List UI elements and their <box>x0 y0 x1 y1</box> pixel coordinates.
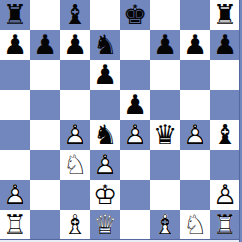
square-d6[interactable]: ♟ <box>90 60 120 90</box>
square-g4[interactable]: ♟♙ <box>180 120 210 150</box>
square-f4[interactable]: ♛ <box>150 120 180 150</box>
white-pawn-icon: ♟♙ <box>90 150 120 180</box>
square-a5[interactable] <box>0 90 30 120</box>
white-bishop-icon: ♝♗ <box>60 210 90 240</box>
square-c6[interactable] <box>60 60 90 90</box>
square-g2[interactable] <box>180 180 210 210</box>
board-right-edge-strip <box>239 0 242 242</box>
square-b3[interactable] <box>30 150 60 180</box>
square-a7[interactable]: ♟ <box>0 30 30 60</box>
black-pawn-icon: ♟ <box>30 30 60 60</box>
square-a8[interactable]: ♜ <box>0 0 30 30</box>
square-h3[interactable] <box>210 150 240 180</box>
square-f3[interactable] <box>150 150 180 180</box>
black-bishop-icon: ♝ <box>60 0 90 30</box>
square-e8[interactable]: ♚ <box>120 0 150 30</box>
square-e2[interactable] <box>120 180 150 210</box>
square-h7[interactable]: ♟ <box>210 30 240 60</box>
square-h4[interactable]: ♝ <box>210 120 240 150</box>
white-queen-icon: ♛♕ <box>90 210 120 240</box>
square-d7[interactable]: ♞ <box>90 30 120 60</box>
square-b1[interactable] <box>30 210 60 240</box>
square-b2[interactable] <box>30 180 60 210</box>
white-pawn-icon: ♟♙ <box>120 120 150 150</box>
square-g1[interactable]: ♞♘ <box>180 210 210 240</box>
black-rook-icon: ♜ <box>210 0 240 30</box>
square-g6[interactable] <box>180 60 210 90</box>
square-b6[interactable] <box>30 60 60 90</box>
black-pawn-icon: ♟ <box>120 90 150 120</box>
square-h6[interactable] <box>210 60 240 90</box>
square-c1[interactable]: ♝♗ <box>60 210 90 240</box>
white-bishop-icon: ♝♗ <box>150 210 180 240</box>
square-g5[interactable] <box>180 90 210 120</box>
black-pawn-icon: ♟ <box>210 30 240 60</box>
square-f6[interactable] <box>150 60 180 90</box>
square-d1[interactable]: ♛♕ <box>90 210 120 240</box>
black-bishop-icon: ♝ <box>210 120 240 150</box>
white-pawn-icon: ♟♙ <box>210 180 240 210</box>
square-f5[interactable] <box>150 90 180 120</box>
square-h2[interactable]: ♟♙ <box>210 180 240 210</box>
white-knight-icon: ♞♘ <box>180 210 210 240</box>
white-pawn-icon: ♟♙ <box>60 120 90 150</box>
square-b8[interactable] <box>30 0 60 30</box>
square-c8[interactable]: ♝ <box>60 0 90 30</box>
square-g8[interactable] <box>180 0 210 30</box>
square-h5[interactable] <box>210 90 240 120</box>
square-e4[interactable]: ♟♙ <box>120 120 150 150</box>
square-b5[interactable] <box>30 90 60 120</box>
white-king-icon: ♚♔ <box>90 180 120 210</box>
square-d4[interactable]: ♞ <box>90 120 120 150</box>
black-pawn-icon: ♟ <box>90 60 120 90</box>
white-rook-icon: ♜♖ <box>210 210 240 240</box>
chess-board: ♜♝♚♜♟♟♟♞♟♟♟♟♟♟♙♞♟♙♛♟♙♝♞♘♟♙♟♙♚♔♟♙♜♖♝♗♛♕♝♗… <box>0 0 240 240</box>
black-king-icon: ♚ <box>120 0 150 30</box>
square-g7[interactable]: ♟ <box>180 30 210 60</box>
square-b4[interactable] <box>30 120 60 150</box>
square-e1[interactable] <box>120 210 150 240</box>
square-c5[interactable] <box>60 90 90 120</box>
square-d3[interactable]: ♟♙ <box>90 150 120 180</box>
square-e3[interactable] <box>120 150 150 180</box>
square-a3[interactable] <box>0 150 30 180</box>
square-f2[interactable] <box>150 180 180 210</box>
square-a6[interactable] <box>0 60 30 90</box>
square-a4[interactable] <box>0 120 30 150</box>
black-queen-icon: ♛ <box>150 120 180 150</box>
square-d2[interactable]: ♚♔ <box>90 180 120 210</box>
square-a1[interactable]: ♜♖ <box>0 210 30 240</box>
black-pawn-icon: ♟ <box>180 30 210 60</box>
black-pawn-icon: ♟ <box>60 30 90 60</box>
square-c7[interactable]: ♟ <box>60 30 90 60</box>
black-rook-icon: ♜ <box>0 0 30 30</box>
square-h8[interactable]: ♜ <box>210 0 240 30</box>
square-e6[interactable] <box>120 60 150 90</box>
square-f1[interactable]: ♝♗ <box>150 210 180 240</box>
square-c3[interactable]: ♞♘ <box>60 150 90 180</box>
white-rook-icon: ♜♖ <box>0 210 30 240</box>
chess-board-screenshot: ♜♝♚♜♟♟♟♞♟♟♟♟♟♟♙♞♟♙♛♟♙♝♞♘♟♙♟♙♚♔♟♙♜♖♝♗♛♕♝♗… <box>0 0 242 242</box>
square-c2[interactable] <box>60 180 90 210</box>
square-g3[interactable] <box>180 150 210 180</box>
square-d5[interactable] <box>90 90 120 120</box>
white-pawn-icon: ♟♙ <box>180 120 210 150</box>
square-e7[interactable] <box>120 30 150 60</box>
black-knight-icon: ♞ <box>90 30 120 60</box>
white-pawn-icon: ♟♙ <box>0 180 30 210</box>
white-knight-icon: ♞♘ <box>60 150 90 180</box>
black-knight-icon: ♞ <box>90 120 120 150</box>
square-f7[interactable]: ♟ <box>150 30 180 60</box>
square-a2[interactable]: ♟♙ <box>0 180 30 210</box>
square-f8[interactable] <box>150 0 180 30</box>
square-b7[interactable]: ♟ <box>30 30 60 60</box>
black-pawn-icon: ♟ <box>0 30 30 60</box>
square-c4[interactable]: ♟♙ <box>60 120 90 150</box>
square-d8[interactable] <box>90 0 120 30</box>
black-pawn-icon: ♟ <box>150 30 180 60</box>
square-e5[interactable]: ♟ <box>120 90 150 120</box>
square-h1[interactable]: ♜♖ <box>210 210 240 240</box>
